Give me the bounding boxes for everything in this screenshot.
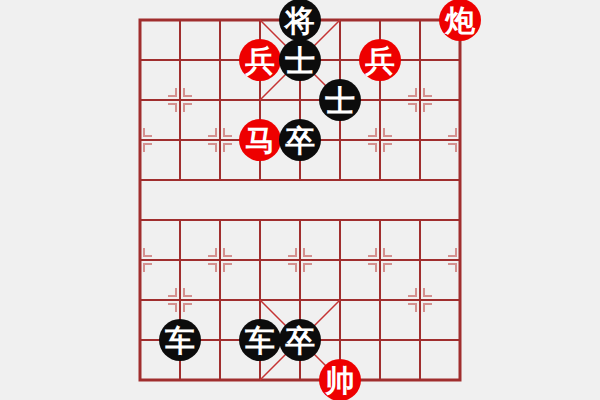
red-pawn[interactable]: 兵 [239, 39, 281, 81]
piece-label: 将 [285, 6, 315, 36]
piece-label: 士 [285, 46, 315, 76]
board-point[interactable] [120, 80, 160, 120]
board-point[interactable] [360, 120, 400, 160]
red-pawn[interactable]: 兵 [359, 39, 401, 81]
board-point[interactable] [400, 280, 440, 320]
board-point[interactable] [320, 0, 360, 40]
board-point[interactable] [160, 280, 200, 320]
board-point[interactable] [120, 200, 160, 240]
board-point[interactable] [200, 160, 240, 200]
board-point[interactable] [160, 200, 200, 240]
board-point[interactable] [160, 360, 200, 400]
piece-label: 兵 [245, 46, 275, 76]
black-advisor[interactable]: 士 [319, 79, 361, 121]
board-point[interactable] [320, 200, 360, 240]
board-point[interactable] [160, 0, 200, 40]
board-point[interactable] [240, 200, 280, 240]
board-point[interactable] [120, 120, 160, 160]
board-point[interactable] [200, 320, 240, 360]
board-point[interactable] [440, 40, 480, 80]
board-point[interactable] [280, 80, 320, 120]
board-point[interactable] [280, 200, 320, 240]
board-point[interactable] [360, 240, 400, 280]
board-point[interactable] [160, 80, 200, 120]
board-point[interactable] [120, 40, 160, 80]
board-point[interactable] [120, 360, 160, 400]
piece-grid: 将炮兵士兵士马卒车车卒帅 [120, 0, 480, 400]
piece-label: 车 [245, 326, 275, 356]
board-point[interactable] [120, 240, 160, 280]
board-point[interactable] [200, 240, 240, 280]
board-point[interactable] [200, 280, 240, 320]
board-point[interactable] [440, 160, 480, 200]
board-point[interactable] [400, 200, 440, 240]
black-general[interactable]: 将 [279, 0, 321, 41]
board-point[interactable] [440, 200, 480, 240]
board-point[interactable] [160, 120, 200, 160]
board-point[interactable] [440, 360, 480, 400]
board-point[interactable] [120, 320, 160, 360]
board-point[interactable] [320, 160, 360, 200]
board-point[interactable] [200, 360, 240, 400]
board-point[interactable] [200, 200, 240, 240]
board-point[interactable] [400, 80, 440, 120]
xiangqi-board: 将炮兵士兵士马卒车车卒帅 [0, 0, 600, 400]
board-point[interactable] [400, 240, 440, 280]
board-point[interactable] [400, 320, 440, 360]
board-point[interactable] [400, 360, 440, 400]
board-point[interactable] [360, 0, 400, 40]
board-point[interactable] [280, 160, 320, 200]
red-cannon[interactable]: 炮 [439, 0, 481, 41]
board-point[interactable] [240, 160, 280, 200]
board-point[interactable] [360, 320, 400, 360]
piece-label: 士 [325, 86, 355, 116]
board-point[interactable] [440, 120, 480, 160]
piece-label: 炮 [445, 6, 475, 36]
red-general[interactable]: 帅 [319, 359, 361, 400]
black-advisor[interactable]: 士 [279, 39, 321, 81]
board-point[interactable] [400, 0, 440, 40]
black-chariot[interactable]: 车 [239, 319, 281, 361]
board-point[interactable] [400, 160, 440, 200]
board-point[interactable] [240, 240, 280, 280]
board-point[interactable] [440, 320, 480, 360]
board-point[interactable] [320, 240, 360, 280]
black-pawn[interactable]: 卒 [279, 319, 321, 361]
board-point[interactable] [200, 80, 240, 120]
board-point[interactable] [200, 120, 240, 160]
piece-label: 马 [245, 126, 275, 156]
piece-label: 兵 [365, 46, 395, 76]
red-horse[interactable]: 马 [239, 119, 281, 161]
board-point[interactable] [400, 40, 440, 80]
board-point[interactable] [280, 240, 320, 280]
board-point[interactable] [440, 80, 480, 120]
board-point[interactable] [240, 360, 280, 400]
board-point[interactable] [280, 360, 320, 400]
piece-label: 卒 [285, 326, 315, 356]
board-point[interactable] [200, 0, 240, 40]
board-point[interactable] [160, 160, 200, 200]
piece-label: 帅 [325, 366, 355, 396]
board-point[interactable] [240, 80, 280, 120]
board-point[interactable] [440, 280, 480, 320]
board-point[interactable] [360, 160, 400, 200]
board-point[interactable] [280, 280, 320, 320]
piece-label: 车 [165, 326, 195, 356]
black-chariot[interactable]: 车 [159, 319, 201, 361]
board-point[interactable] [120, 280, 160, 320]
board-point[interactable] [320, 120, 360, 160]
board-point[interactable] [400, 120, 440, 160]
board-point[interactable] [360, 360, 400, 400]
board-point[interactable] [360, 200, 400, 240]
board-point[interactable] [160, 240, 200, 280]
board-point[interactable] [240, 280, 280, 320]
board-point[interactable] [120, 160, 160, 200]
board-point[interactable] [440, 240, 480, 280]
board-point[interactable] [240, 0, 280, 40]
board-point[interactable] [200, 40, 240, 80]
board-point[interactable] [320, 280, 360, 320]
board-point[interactable] [320, 320, 360, 360]
board-point[interactable] [360, 280, 400, 320]
piece-label: 卒 [285, 126, 315, 156]
board-point[interactable] [160, 40, 200, 80]
board-point[interactable] [120, 0, 160, 40]
black-pawn[interactable]: 卒 [279, 119, 321, 161]
board-point[interactable] [360, 80, 400, 120]
board-point[interactable] [320, 40, 360, 80]
